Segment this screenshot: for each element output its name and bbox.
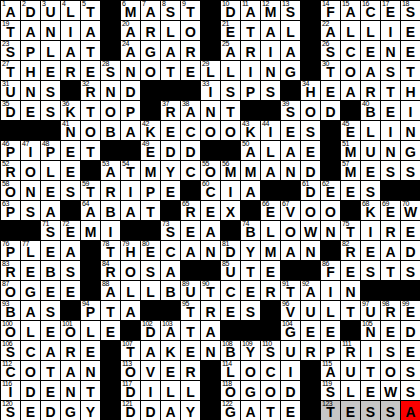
grid-cell[interactable]: T [361, 361, 381, 381]
grid-cell[interactable]: S [361, 181, 381, 201]
grid-cell[interactable]: E [61, 281, 81, 301]
grid-cell[interactable]: E [41, 381, 61, 401]
grid-cell[interactable]: A [201, 321, 221, 341]
grid-cell[interactable]: 68K [361, 201, 381, 221]
grid-cell[interactable]: S [261, 81, 281, 101]
grid-cell[interactable]: 54T [121, 161, 141, 181]
grid-cell[interactable]: O [321, 201, 341, 221]
grid-cell[interactable]: 1A [1, 1, 21, 21]
grid-cell[interactable]: A [361, 61, 381, 81]
grid-cell[interactable]: N [41, 21, 61, 41]
grid-cell[interactable]: 109Y [241, 341, 261, 361]
grid-cell[interactable]: U [301, 301, 321, 321]
grid-cell[interactable]: E [61, 161, 81, 181]
grid-cell[interactable]: 6M [121, 1, 141, 21]
grid-cell[interactable]: E [21, 101, 41, 121]
grid-cell[interactable]: Y [181, 401, 201, 420]
grid-cell[interactable]: 53A [101, 161, 121, 181]
grid-cell[interactable]: N [301, 241, 321, 261]
grid-cell[interactable]: 120S [1, 401, 21, 420]
grid-cell[interactable]: A [261, 21, 281, 41]
grid-cell[interactable]: 87O [1, 281, 21, 301]
grid-cell[interactable]: N [321, 221, 341, 241]
grid-cell[interactable]: I [381, 121, 401, 141]
grid-cell[interactable]: 4L [61, 1, 81, 21]
grid-cell[interactable]: 55O [201, 161, 221, 181]
grid-cell[interactable]: 79H [121, 241, 141, 261]
grid-cell[interactable]: A [241, 401, 261, 420]
grid-cell[interactable]: 64A [81, 201, 101, 221]
grid-cell[interactable]: D [21, 381, 41, 401]
grid-cell[interactable]: D [321, 101, 341, 121]
grid-cell[interactable]: N [121, 61, 141, 81]
grid-cell[interactable]: I [361, 341, 381, 361]
grid-cell[interactable]: E [361, 241, 381, 261]
grid-cell[interactable]: 17E [381, 1, 401, 21]
grid-cell[interactable]: T [141, 201, 161, 221]
grid-cell[interactable]: 84R [101, 261, 121, 281]
grid-cell[interactable]: 56M [221, 161, 241, 181]
grid-cell[interactable]: C [261, 361, 281, 381]
grid-cell[interactable]: 93B [1, 301, 21, 321]
grid-cell[interactable]: A [261, 161, 281, 181]
grid-cell[interactable]: E [221, 301, 241, 321]
grid-cell[interactable]: A [141, 341, 161, 361]
grid-cell[interactable]: O [381, 361, 401, 381]
grid-cell[interactable]: E [181, 221, 201, 241]
grid-cell[interactable]: D [41, 401, 61, 420]
grid-cell[interactable]: 60C [201, 181, 221, 201]
grid-cell[interactable]: 75T [341, 221, 361, 241]
grid-cell[interactable]: O [341, 61, 361, 81]
grid-cell[interactable]: N [21, 81, 41, 101]
grid-cell[interactable]: P [241, 81, 261, 101]
grid-cell[interactable]: O [301, 201, 321, 221]
grid-cell[interactable]: E [41, 61, 61, 81]
grid-cell[interactable]: 105N [361, 321, 381, 341]
grid-cell[interactable]: C [161, 241, 181, 261]
grid-cell[interactable]: E [381, 321, 401, 341]
grid-cell[interactable]: A [161, 261, 181, 281]
grid-cell[interactable]: W [301, 221, 321, 241]
grid-cell[interactable]: O [121, 261, 141, 281]
grid-cell[interactable]: K [161, 341, 181, 361]
grid-cell[interactable]: 104G [281, 321, 301, 341]
grid-cell[interactable]: 82R [341, 241, 361, 261]
grid-cell[interactable]: C [221, 281, 241, 301]
grid-cell[interactable]: 61D [301, 181, 321, 201]
grid-cell[interactable]: S [21, 201, 41, 221]
grid-cell[interactable]: 72E [61, 221, 81, 241]
grid-cell[interactable]: E [41, 181, 61, 201]
grid-cell[interactable]: L [81, 321, 101, 341]
grid-cell[interactable]: L [361, 21, 381, 41]
grid-cell[interactable]: 16C [361, 1, 381, 21]
grid-cell[interactable]: L [341, 21, 361, 41]
grid-cell[interactable]: S [41, 81, 61, 101]
grid-cell[interactable]: E [301, 141, 321, 161]
grid-cell[interactable]: T [381, 81, 401, 101]
grid-cell[interactable]: E [361, 161, 381, 181]
grid-cell[interactable]: M [81, 221, 101, 241]
grid-cell[interactable]: E [361, 381, 381, 401]
grid-cell[interactable]: T [81, 101, 101, 121]
grid-cell[interactable]: 7A [141, 1, 161, 21]
grid-cell[interactable]: L [261, 221, 281, 241]
grid-cell[interactable]: 117D [121, 381, 141, 401]
grid-cell[interactable]: 98R [381, 301, 401, 321]
grid-cell[interactable]: L [361, 121, 381, 141]
grid-cell[interactable]: R [141, 21, 161, 41]
grid-cell[interactable]: 40B [361, 101, 381, 121]
grid-cell[interactable]: E [361, 41, 381, 61]
grid-cell[interactable]: A [181, 241, 201, 261]
grid-cell[interactable]: S [401, 161, 420, 181]
grid-cell[interactable]: P [21, 41, 41, 61]
grid-cell[interactable]: L [341, 381, 361, 401]
grid-cell[interactable]: E [401, 221, 420, 241]
grid-cell[interactable]: N [101, 81, 121, 101]
grid-cell[interactable]: D [141, 401, 161, 420]
grid-cell[interactable]: 8S [161, 1, 181, 21]
grid-cell[interactable]: V [141, 361, 161, 381]
grid-cell[interactable]: T [341, 301, 361, 321]
grid-cell[interactable]: O [141, 61, 161, 81]
grid-cell[interactable]: A [281, 241, 301, 261]
grid-cell[interactable]: A [61, 41, 81, 61]
grid-cell[interactable]: S [381, 161, 401, 181]
grid-cell[interactable]: 81D [221, 241, 241, 261]
grid-cell[interactable]: O [81, 121, 101, 141]
grid-cell[interactable]: R [201, 301, 221, 321]
grid-cell[interactable]: E [41, 241, 61, 261]
grid-cell[interactable]: T [261, 401, 281, 420]
grid-cell[interactable]: L [161, 21, 181, 41]
grid-cell[interactable]: M [241, 161, 261, 181]
grid-cell[interactable]: I [241, 61, 261, 81]
grid-cell[interactable]: R [61, 61, 81, 81]
grid-cell[interactable]: 49E [141, 141, 161, 161]
grid-cell[interactable]: W [381, 381, 401, 401]
grid-cell[interactable]: I [221, 181, 241, 201]
grid-cell[interactable]: E [81, 61, 101, 81]
grid-cell[interactable]: Y [161, 161, 181, 181]
grid-cell[interactable]: 101O [61, 321, 81, 341]
grid-cell[interactable]: N [201, 341, 221, 361]
grid-cell[interactable]: 66E [261, 201, 281, 221]
grid-cell[interactable]: O [261, 381, 281, 401]
grid-cell[interactable]: S [381, 341, 401, 361]
grid-cell[interactable]: E [261, 261, 281, 281]
grid-cell[interactable]: I [401, 101, 420, 121]
grid-cell[interactable]: E [161, 181, 181, 201]
grid-cell[interactable]: N [81, 361, 101, 381]
grid-cell[interactable]: 19T [1, 21, 21, 41]
grid-cell[interactable]: P [141, 181, 161, 201]
grid-cell[interactable]: 123T [321, 401, 341, 420]
grid-cell[interactable]: 85U [221, 261, 241, 281]
grid-cell[interactable]: L [321, 301, 341, 321]
grid-cell[interactable]: 50A [241, 141, 261, 161]
grid-cell[interactable]: 77L [21, 241, 41, 261]
grid-cell[interactable]: E [81, 341, 101, 361]
grid-cell[interactable]: 118O [221, 381, 241, 401]
grid-cell[interactable]: S [361, 401, 381, 420]
grid-cell[interactable]: 80E [141, 241, 161, 261]
grid-cell[interactable]: E [101, 321, 121, 341]
grid-cell[interactable]: A [381, 241, 401, 261]
grid-cell[interactable]: 63P [1, 201, 21, 221]
grid-cell[interactable]: D [401, 241, 420, 261]
grid-cell[interactable]: 33I [201, 81, 221, 101]
grid-cell[interactable]: R [181, 41, 201, 61]
grid-cell[interactable]: A [41, 341, 61, 361]
grid-cell[interactable]: I [321, 281, 341, 301]
grid-cell[interactable]: T [161, 61, 181, 81]
grid-cell[interactable]: S [41, 101, 61, 121]
grid-cell[interactable]: I [361, 221, 381, 241]
grid-cell[interactable]: 88A [101, 281, 121, 301]
grid-cell[interactable]: L [121, 281, 141, 301]
grid-cell[interactable]: 119S [321, 381, 341, 401]
grid-cell[interactable]: 25A [221, 41, 241, 61]
grid-cell[interactable]: 28S [101, 61, 121, 81]
grid-cell[interactable]: 43K [241, 121, 261, 141]
grid-cell[interactable]: T [221, 101, 241, 121]
grid-cell[interactable]: 44I [261, 121, 281, 141]
grid-cell[interactable]: D [401, 321, 420, 341]
grid-cell[interactable]: S [401, 381, 420, 401]
grid-cell[interactable]: 103A [161, 321, 181, 341]
grid-cell[interactable]: O [241, 361, 261, 381]
grid-cell[interactable]: G [401, 141, 420, 161]
grid-cell[interactable]: B [101, 121, 121, 141]
grid-cell[interactable]: Y [81, 401, 101, 420]
grid-cell[interactable]: 12M [261, 1, 281, 21]
grid-cell[interactable]: 24A [121, 41, 141, 61]
grid-cell[interactable]: M [141, 161, 161, 181]
grid-cell[interactable]: R [181, 361, 201, 381]
grid-cell[interactable]: E [181, 61, 201, 81]
grid-cell[interactable]: U [281, 341, 301, 361]
grid-cell[interactable]: O [301, 101, 321, 121]
grid-cell[interactable]: A [121, 121, 141, 141]
grid-cell[interactable]: O [281, 221, 301, 241]
grid-cell[interactable]: N [341, 281, 361, 301]
grid-cell[interactable]: G [61, 401, 81, 420]
grid-cell[interactable]: T [381, 261, 401, 281]
grid-cell[interactable]: E [401, 21, 420, 41]
grid-cell[interactable]: B [41, 261, 61, 281]
grid-cell[interactable]: S [241, 301, 261, 321]
grid-cell[interactable]: G [241, 381, 261, 401]
grid-cell[interactable]: G [21, 281, 41, 301]
grid-cell[interactable]: O [181, 21, 201, 41]
grid-cell[interactable]: E [241, 281, 261, 301]
grid-cell[interactable]: L [21, 321, 41, 341]
grid-cell[interactable]: 3U [41, 1, 61, 21]
grid-cell[interactable]: T [241, 21, 261, 41]
grid-cell[interactable]: 108B [221, 341, 241, 361]
grid-cell[interactable]: E [281, 121, 301, 141]
grid-cell[interactable]: A [61, 241, 81, 261]
grid-cell[interactable]: 38A [181, 101, 201, 121]
grid-cell[interactable]: S [141, 261, 161, 281]
grid-cell[interactable]: S [361, 261, 381, 281]
grid-cell[interactable]: 42K [141, 121, 161, 141]
grid-cell[interactable]: H [21, 61, 41, 81]
grid-cell[interactable]: A [241, 181, 261, 201]
grid-cell[interactable]: 58O [1, 181, 21, 201]
grid-cell[interactable]: B [161, 281, 181, 301]
grid-cell[interactable]: 114L [221, 361, 241, 381]
grid-cell[interactable]: T [81, 41, 101, 61]
grid-cell[interactable]: 51M [341, 141, 361, 161]
grid-cell[interactable]: 76P [1, 241, 21, 261]
grid-cell[interactable]: L [181, 381, 201, 401]
grid-cell[interactable]: 21E [221, 21, 241, 41]
grid-cell[interactable]: 23S [1, 41, 21, 61]
grid-cell[interactable]: I [101, 221, 121, 241]
grid-cell[interactable]: 47I [21, 141, 41, 161]
grid-cell[interactable]: 90T [201, 281, 221, 301]
grid-cell[interactable]: 112C [1, 361, 21, 381]
grid-cell[interactable]: C [21, 341, 41, 361]
grid-cell[interactable]: E [181, 341, 201, 361]
grid-cell[interactable]: 39S [281, 101, 301, 121]
grid-cell[interactable]: U [361, 141, 381, 161]
grid-cell[interactable]: C [181, 121, 201, 141]
grid-cell[interactable]: O [21, 361, 41, 381]
grid-cell[interactable]: T [41, 361, 61, 381]
grid-cell[interactable]: E [21, 261, 41, 281]
grid-cell[interactable]: S [401, 361, 420, 381]
grid-cell[interactable]: R [261, 281, 281, 301]
grid-cell[interactable]: 15A [341, 1, 361, 21]
grid-cell[interactable]: 99E [401, 301, 420, 321]
grid-cell[interactable]: S [61, 261, 81, 281]
grid-cell[interactable]: 20A [121, 21, 141, 41]
grid-cell[interactable]: 18S [401, 1, 420, 21]
grid-cell[interactable]: 26S [321, 41, 341, 61]
grid-cell[interactable]: T [181, 321, 201, 341]
grid-cell[interactable]: E [41, 321, 61, 341]
grid-cell[interactable]: I [61, 21, 81, 41]
grid-cell[interactable]: O [201, 121, 221, 141]
grid-cell[interactable]: R [301, 341, 321, 361]
grid-cell[interactable]: I [121, 181, 141, 201]
grid-cell[interactable]: 107T [121, 341, 141, 361]
grid-cell[interactable]: 97U [361, 301, 381, 321]
grid-cell[interactable]: 34H [301, 81, 321, 101]
grid-cell[interactable]: L [221, 61, 241, 81]
grid-cell[interactable]: L [281, 21, 301, 41]
grid-cell[interactable]: E [321, 81, 341, 101]
grid-cell[interactable]: A [401, 401, 420, 420]
grid-cell[interactable]: R [61, 341, 81, 361]
grid-cell[interactable]: A [81, 21, 101, 41]
grid-cell[interactable]: 95T [181, 301, 201, 321]
grid-cell[interactable]: 2D [21, 1, 41, 21]
grid-cell[interactable]: A [281, 141, 301, 161]
grid-cell[interactable]: S [221, 81, 241, 101]
grid-cell[interactable]: A [41, 201, 61, 221]
grid-cell[interactable]: T [101, 301, 121, 321]
grid-cell[interactable]: 30T [321, 61, 341, 81]
grid-cell[interactable]: L [41, 161, 61, 181]
grid-cell[interactable]: N [21, 181, 41, 201]
grid-cell[interactable]: 110S [261, 341, 281, 361]
grid-cell[interactable]: L [141, 281, 161, 301]
grid-cell[interactable]: S [61, 181, 81, 201]
grid-cell[interactable]: 11A [241, 1, 261, 21]
grid-cell[interactable]: L [161, 381, 181, 401]
grid-cell[interactable]: M [261, 241, 281, 261]
grid-cell[interactable]: L [261, 141, 281, 161]
grid-cell[interactable]: D [181, 141, 201, 161]
grid-cell[interactable]: S [301, 121, 321, 141]
grid-cell[interactable]: 22A [321, 21, 341, 41]
grid-cell[interactable]: A [21, 21, 41, 41]
grid-cell[interactable]: A [161, 401, 181, 420]
grid-cell[interactable]: P [121, 101, 141, 121]
grid-cell[interactable]: A [161, 41, 181, 61]
grid-cell[interactable]: 121D [121, 401, 141, 420]
grid-cell[interactable]: R [241, 41, 261, 61]
grid-cell[interactable]: G [141, 41, 161, 61]
grid-cell[interactable]: 89U [181, 281, 201, 301]
grid-cell[interactable]: T [401, 61, 420, 81]
grid-cell[interactable]: E [341, 181, 361, 201]
grid-cell[interactable]: 32R [81, 81, 101, 101]
grid-cell[interactable]: A [341, 81, 361, 101]
grid-cell[interactable]: A [121, 301, 141, 321]
grid-cell[interactable]: T [241, 261, 261, 281]
grid-cell[interactable]: H [401, 81, 420, 101]
grid-cell[interactable]: R [361, 81, 381, 101]
grid-cell[interactable]: 92A [301, 281, 321, 301]
grid-cell[interactable]: 10D [221, 1, 241, 21]
grid-cell[interactable]: E [41, 281, 61, 301]
grid-cell[interactable]: I [261, 41, 281, 61]
grid-cell[interactable]: E [341, 261, 361, 281]
grid-cell[interactable]: R [381, 221, 401, 241]
grid-cell[interactable]: 35D [1, 101, 21, 121]
grid-cell[interactable]: I [141, 381, 161, 401]
grid-cell[interactable]: D [161, 141, 181, 161]
grid-cell[interactable]: 70W [401, 201, 420, 221]
grid-cell[interactable]: 71S [41, 221, 61, 241]
grid-cell[interactable]: 57M [341, 161, 361, 181]
grid-cell[interactable]: X [221, 201, 241, 221]
grid-cell[interactable]: 106S [1, 341, 21, 361]
grid-cell[interactable]: 73S [161, 221, 181, 241]
grid-cell[interactable]: S [381, 401, 401, 420]
grid-cell[interactable]: 45E [341, 121, 361, 141]
grid-cell[interactable]: D [301, 161, 321, 181]
grid-cell[interactable]: N [381, 41, 401, 61]
grid-cell[interactable]: N [61, 381, 81, 401]
grid-cell[interactable]: 122G [221, 401, 241, 420]
grid-cell[interactable]: 52R [1, 161, 21, 181]
grid-cell[interactable]: A [21, 301, 41, 321]
grid-cell[interactable]: 83R [1, 261, 21, 281]
grid-cell[interactable]: 29L [201, 61, 221, 81]
grid-cell[interactable]: 62E [321, 181, 341, 201]
grid-cell[interactable]: 113O [121, 361, 141, 381]
grid-cell[interactable]: O [101, 101, 121, 121]
grid-cell[interactable]: S [401, 261, 420, 281]
